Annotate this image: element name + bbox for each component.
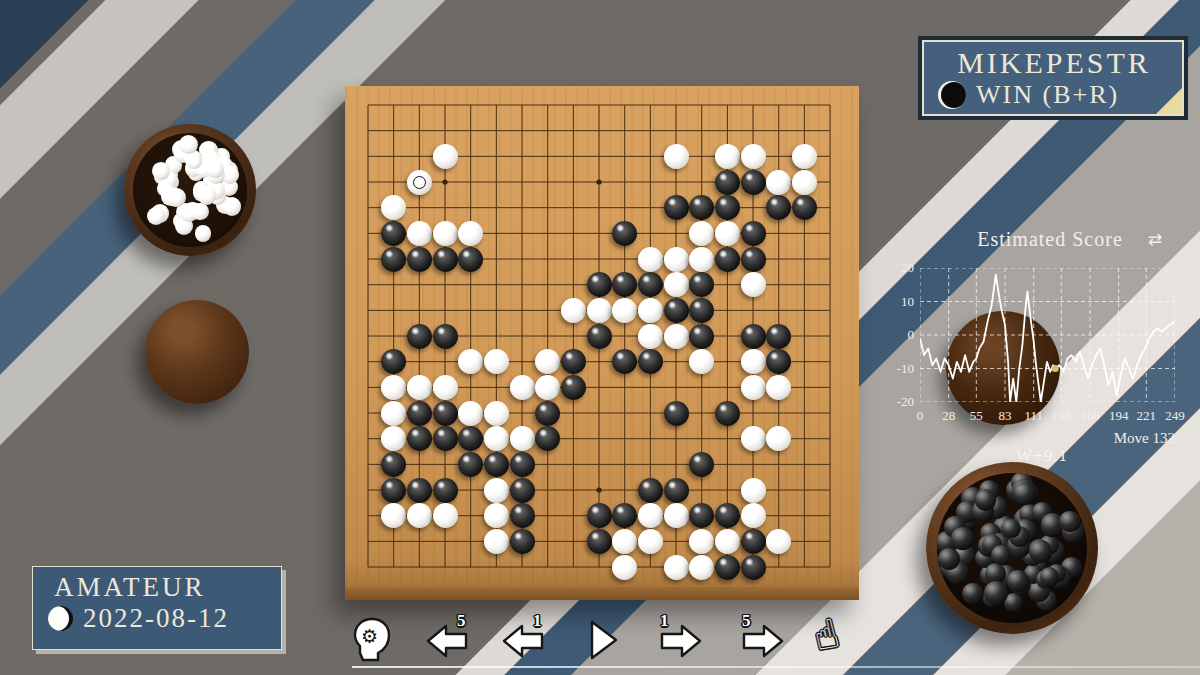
black-stone [612,221,637,246]
white-stone [458,221,483,246]
black-stone [484,452,509,477]
chart-x-tick: 249 [1160,408,1190,424]
white-stone [381,401,406,426]
move-counter: Move 132 [1095,430,1175,447]
chart-x-tick: 55 [961,408,991,424]
white-stone [741,426,766,451]
white-stone [689,247,714,272]
chart-x-tick: 83 [990,408,1020,424]
bowl-white-stone [195,225,211,241]
player-panel-top: MIKEPESTR WIN (B+R) [922,40,1184,116]
play-button[interactable] [586,618,622,666]
white-stone [612,555,637,580]
black-stone [433,324,458,349]
white-stone [407,170,432,195]
black-stone [689,324,714,349]
white-stone [433,375,458,400]
bowl-black-stone [962,583,984,605]
white-stone [664,272,689,297]
white-stone [484,401,509,426]
white-stone [612,529,637,554]
black-stone [689,452,714,477]
black-stone [587,529,612,554]
white-stone [458,401,483,426]
back-1-count: 1 [533,611,542,631]
white-stone [433,221,458,246]
back-5-button[interactable]: 5 [424,620,470,666]
black-stone-icon [938,81,966,109]
replay-loop-icon[interactable]: ⇄ [1148,229,1162,249]
black-stone [689,298,714,323]
black-stone [638,349,663,374]
black-stone [381,221,406,246]
black-stone [381,478,406,503]
black-stone [741,170,766,195]
white-stone-bowl-stones [133,133,247,247]
black-stone [715,247,740,272]
black-stone [587,503,612,528]
white-stone [381,375,406,400]
black-stone [587,272,612,297]
black-stone [407,324,432,349]
white-stone [407,221,432,246]
back-5-count: 5 [457,611,466,631]
white-stone [715,144,740,169]
white-stone [510,375,535,400]
black-stone [741,221,766,246]
white-stone-bowl [124,124,256,256]
chart-y-tick: 0 [880,327,914,343]
white-stone [407,375,432,400]
result-label: WIN (B+R) [976,80,1119,110]
white-stone [741,144,766,169]
white-stone [664,555,689,580]
chart-x-tick: 111 [1019,408,1049,424]
chart-y-tick: -10 [880,361,914,377]
black-stone [664,478,689,503]
black-stone [715,170,740,195]
game-date: 2022-08-12 [83,603,229,634]
black-stone [741,324,766,349]
white-stone [741,375,766,400]
white-stone [766,170,791,195]
black-stone [510,503,535,528]
bowl-white-stone [206,160,223,177]
player-panel-bottom: AMATEUR 2022-08-12 [32,566,282,650]
white-stone [664,144,689,169]
white-stone [638,503,663,528]
black-stone [561,349,586,374]
black-stone [741,555,766,580]
black-stone [715,401,740,426]
black-stone [458,247,483,272]
bowl-white-stone [191,203,208,220]
go-board[interactable] [345,86,859,600]
app-window: MIKEPESTR WIN (B+R) AMATEUR 2022-08-12 E… [0,0,1200,675]
bowl-black-stone [975,489,996,510]
white-stone [741,349,766,374]
chart-x-tick: 28 [934,408,964,424]
black-stone [664,195,689,220]
black-stone [407,478,432,503]
white-stone [638,247,663,272]
forward-5-count: 5 [742,611,751,631]
forward-1-button[interactable]: 1 [658,620,704,666]
player-name-bottom: AMATEUR [48,572,268,603]
chart-x-tick: 166 [1075,408,1105,424]
black-stone [381,247,406,272]
black-stone [407,247,432,272]
white-stone [407,503,432,528]
white-stone [792,170,817,195]
black-stone [561,375,586,400]
white-stone [766,529,791,554]
white-stone [689,221,714,246]
chart-y-tick: 10 [880,294,914,310]
chart-x-tick: 138 [1046,408,1076,424]
white-stone [510,426,535,451]
white-stone [484,426,509,451]
black-stone [741,247,766,272]
black-stone [510,478,535,503]
black-stone [433,401,458,426]
black-stone [715,195,740,220]
ai-analysis-button[interactable]: ⚙ [350,616,394,668]
black-stone [433,426,458,451]
black-stone-bowl [926,462,1098,634]
black-stone [407,426,432,451]
white-stone [612,298,637,323]
black-stone [715,555,740,580]
black-stone [766,324,791,349]
chart-x-tick: 0 [905,408,935,424]
bowl-black-stone [1059,511,1081,533]
chart-x-tick: 194 [1104,408,1134,424]
bowl-black-stone [1040,567,1059,586]
corner-fold-icon[interactable] [1156,88,1182,114]
back-1-button[interactable]: 1 [500,620,546,666]
black-stone [587,324,612,349]
last-move-marker [413,176,426,189]
bowl-black-stone [1001,519,1021,539]
white-stone [638,298,663,323]
bowl-lid [145,300,249,404]
white-stone [741,272,766,297]
white-stone [792,144,817,169]
gear-icon: ⚙ [361,625,378,647]
forward-5-button[interactable]: 5 [740,620,786,666]
white-stone [741,478,766,503]
white-stone [664,324,689,349]
black-stone [792,195,817,220]
table-edge-highlight [352,666,1200,668]
black-stone [715,503,740,528]
bowl-white-stone [198,186,217,205]
white-stone-icon [48,606,73,631]
white-stone [715,221,740,246]
board-front-edge [345,587,859,600]
black-stone-icon-core [941,82,966,108]
white-stone [741,503,766,528]
black-stone [638,478,663,503]
chart-title: Estimated Score [940,228,1160,251]
bowl-black-stone [1029,540,1052,563]
black-stone [664,298,689,323]
black-stone [535,401,560,426]
white-stone [664,247,689,272]
white-stone [689,529,714,554]
chart-y-tick: 20 [880,260,914,276]
black-stone-bowl-stones [937,473,1087,623]
white-stone [664,503,689,528]
black-stone [433,247,458,272]
hand-tool-button[interactable]: ☝ [814,612,838,658]
bowl-black-stone [991,545,1011,565]
black-stone [433,478,458,503]
bowl-black-stone [1013,482,1036,505]
black-stone [664,401,689,426]
white-stone [535,375,560,400]
play-icon [586,618,622,662]
black-stone [458,452,483,477]
hand-pointer-icon: ☝ [809,610,844,661]
white-stone [638,324,663,349]
bowl-white-stone [223,197,242,216]
white-stone [484,529,509,554]
white-stone [715,529,740,554]
forward-1-count: 1 [660,611,669,631]
white-stone [433,503,458,528]
black-stone [510,452,535,477]
white-stone [484,503,509,528]
bowl-white-stone [179,135,198,154]
white-stone [766,375,791,400]
white-stone [561,298,586,323]
player-name-top: MIKEPESTR [938,46,1170,80]
score-chart[interactable] [920,268,1175,402]
black-stone [741,529,766,554]
white-stone [484,349,509,374]
white-stone [484,478,509,503]
white-stone [689,555,714,580]
black-stone [407,401,432,426]
white-stone [638,529,663,554]
white-stone [587,298,612,323]
black-stone [510,529,535,554]
white-stone [433,144,458,169]
black-stone [638,272,663,297]
bowl-white-stone [152,162,170,180]
black-stone [381,452,406,477]
bowl-black-stone [984,581,1008,605]
chart-x-tick: 221 [1131,408,1161,424]
white-stone-icon-core [48,606,69,631]
